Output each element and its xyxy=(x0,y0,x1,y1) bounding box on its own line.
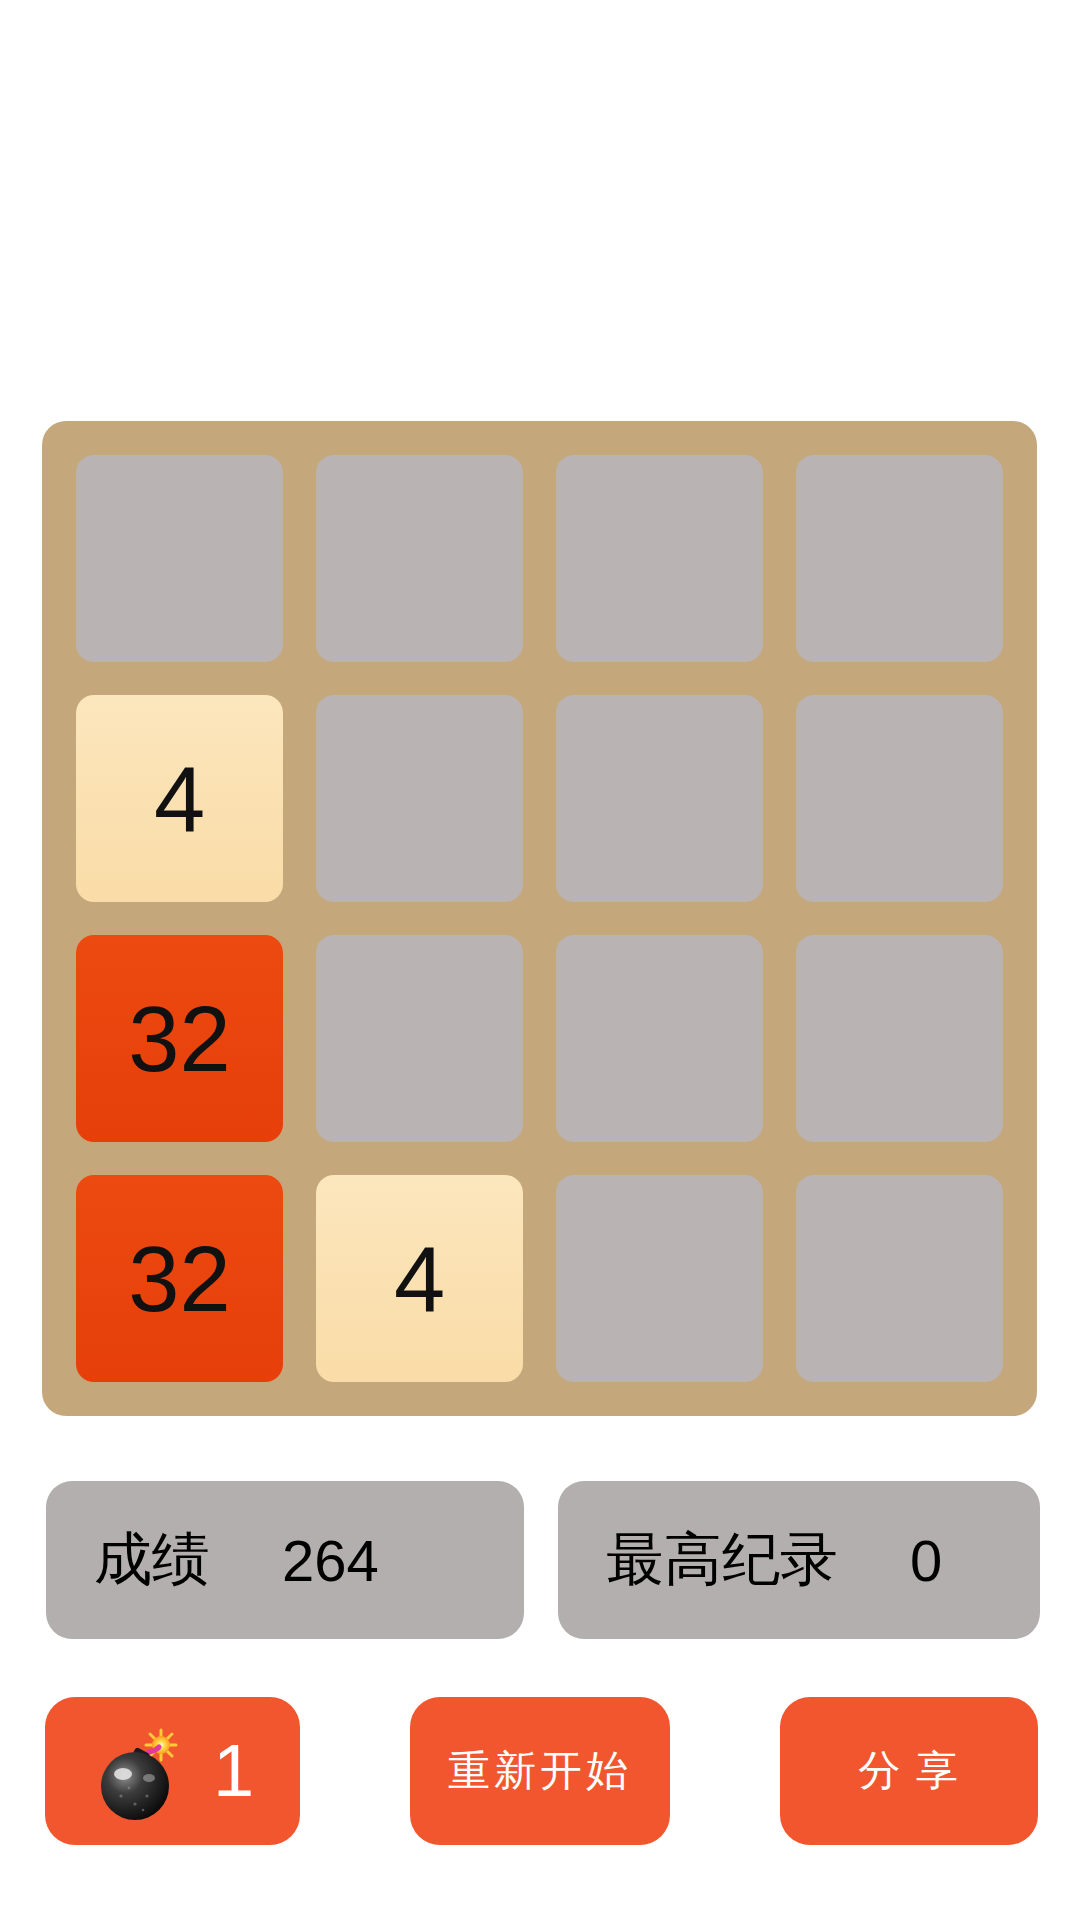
best-value: 0 xyxy=(910,1527,942,1594)
tile-4: 4 xyxy=(316,1175,523,1382)
board-cell-empty xyxy=(796,935,1003,1142)
best-panel: 最高纪录 0 xyxy=(558,1481,1040,1639)
board-cell-empty xyxy=(796,695,1003,902)
board-cell-empty xyxy=(556,1175,763,1382)
board-cell-empty xyxy=(796,455,1003,662)
board-cell-empty xyxy=(316,935,523,1142)
tile-4: 4 xyxy=(76,695,283,902)
restart-button[interactable]: 重新开始 xyxy=(410,1697,670,1845)
board-cell-empty xyxy=(316,455,523,662)
board-cell-empty xyxy=(556,935,763,1142)
restart-label: 重新开始 xyxy=(448,1743,632,1799)
best-label: 最高纪录 xyxy=(606,1521,838,1599)
board-cell-empty xyxy=(316,695,523,902)
board-cell-empty xyxy=(556,695,763,902)
bomb-button[interactable]: 1 xyxy=(45,1697,300,1845)
bomb-count: 1 xyxy=(213,1734,254,1808)
board-cell-empty xyxy=(556,455,763,662)
game-board[interactable]: 432324 xyxy=(42,421,1037,1416)
tile-32: 32 xyxy=(76,935,283,1142)
score-value: 264 xyxy=(282,1527,379,1594)
score-label: 成绩 xyxy=(94,1521,210,1599)
share-label: 分 享 xyxy=(858,1743,960,1799)
board-cell-empty xyxy=(76,455,283,662)
board-cell-empty xyxy=(796,1175,1003,1382)
tile-32: 32 xyxy=(76,1175,283,1382)
share-button[interactable]: 分 享 xyxy=(780,1697,1038,1845)
game-screen: 432324 成绩 264 最高纪录 0 xyxy=(0,0,1080,1920)
bomb-icon xyxy=(91,1720,187,1822)
score-panel: 成绩 264 xyxy=(46,1481,524,1639)
